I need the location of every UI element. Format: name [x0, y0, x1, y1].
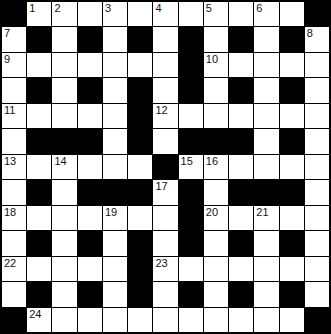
black-cell-r3c9 — [229, 78, 253, 102]
cell-r8c10[interactable]: 21 — [254, 206, 278, 230]
black-cell-r1c1 — [27, 27, 51, 51]
cell-r8c5[interactable] — [128, 206, 152, 230]
cell-r0c11[interactable] — [280, 2, 304, 26]
cell-r12c9[interactable] — [229, 308, 253, 332]
black-cell-r1c11 — [280, 27, 304, 51]
cell-r10c11[interactable] — [280, 257, 304, 281]
cell-r5c10[interactable] — [254, 129, 278, 153]
cell-r3c12[interactable] — [305, 78, 329, 102]
cell-r1c10[interactable] — [254, 27, 278, 51]
clue-number-2: 2 — [54, 2, 60, 14]
cell-r1c6[interactable] — [153, 27, 177, 51]
cell-r10c4[interactable] — [103, 257, 127, 281]
black-cell-r5c11 — [280, 129, 304, 153]
clue-number-11: 11 — [4, 104, 15, 116]
cell-r7c12[interactable] — [305, 180, 329, 204]
cell-r9c2[interactable] — [52, 231, 76, 255]
cell-r6c7[interactable]: 15 — [179, 155, 203, 179]
black-cell-r5c2 — [52, 129, 76, 153]
cell-r2c6[interactable] — [153, 53, 177, 77]
black-cell-r3c5 — [128, 78, 152, 102]
black-cell-r12c12 — [305, 308, 329, 332]
black-cell-r8c7 — [179, 206, 203, 230]
cell-r2c3[interactable] — [78, 53, 102, 77]
cell-r8c2[interactable] — [52, 206, 76, 230]
cell-r8c12[interactable] — [305, 206, 329, 230]
cell-r10c8[interactable] — [204, 257, 228, 281]
cell-r6c2[interactable]: 14 — [52, 155, 76, 179]
cell-r2c11[interactable] — [280, 53, 304, 77]
black-cell-r5c3 — [78, 129, 102, 153]
black-cell-r5c7 — [179, 129, 203, 153]
cell-r6c3[interactable] — [78, 155, 102, 179]
black-cell-r9c3 — [78, 231, 102, 255]
cell-r5c4[interactable] — [103, 129, 127, 153]
cell-r8c6[interactable] — [153, 206, 177, 230]
cell-r10c0[interactable]: 22 — [2, 257, 26, 281]
cell-r5c6[interactable] — [153, 129, 177, 153]
cell-r4c2[interactable] — [52, 104, 76, 128]
clue-number-7: 7 — [4, 27, 10, 39]
black-cell-r11c11 — [280, 282, 304, 306]
cell-r1c0[interactable]: 7 — [2, 27, 26, 51]
black-cell-r11c1 — [27, 282, 51, 306]
cell-r12c10[interactable] — [254, 308, 278, 332]
clue-number-24: 24 — [29, 308, 41, 320]
black-cell-r5c8 — [204, 129, 228, 153]
cell-r4c8[interactable] — [204, 104, 228, 128]
cell-r11c4[interactable] — [103, 282, 127, 306]
cell-r11c0[interactable] — [2, 282, 26, 306]
cell-r2c0[interactable]: 9 — [2, 53, 26, 77]
clue-number-18: 18 — [4, 206, 16, 218]
black-cell-r7c4 — [103, 180, 127, 204]
clue-number-6: 6 — [256, 2, 262, 14]
cell-r11c2[interactable] — [52, 282, 76, 306]
cell-r4c0[interactable]: 11 — [2, 104, 26, 128]
cell-r11c12[interactable] — [305, 282, 329, 306]
cell-r2c12[interactable] — [305, 53, 329, 77]
black-cell-r7c1 — [27, 180, 51, 204]
clue-number-17: 17 — [155, 180, 167, 192]
cell-r5c0[interactable] — [2, 129, 26, 153]
cell-r4c12[interactable] — [305, 104, 329, 128]
cell-r8c9[interactable] — [229, 206, 253, 230]
clue-number-14: 14 — [54, 155, 66, 167]
cell-r2c9[interactable] — [229, 53, 253, 77]
cell-r6c10[interactable] — [254, 155, 278, 179]
clue-number-9: 9 — [4, 53, 10, 65]
cell-r2c4[interactable] — [103, 53, 127, 77]
cell-r3c10[interactable] — [254, 78, 278, 102]
black-cell-r12c0 — [2, 308, 26, 332]
cell-r7c6[interactable]: 17 — [153, 180, 177, 204]
cell-r4c6[interactable]: 12 — [153, 104, 177, 128]
black-cell-r3c7 — [179, 78, 203, 102]
cell-r0c5[interactable] — [128, 2, 152, 26]
cell-r10c12[interactable] — [305, 257, 329, 281]
clue-number-3: 3 — [105, 2, 111, 14]
cell-r2c5[interactable] — [128, 53, 152, 77]
cell-r2c8[interactable]: 10 — [204, 53, 228, 77]
cell-r12c11[interactable] — [280, 308, 304, 332]
cell-r4c11[interactable] — [280, 104, 304, 128]
black-cell-r1c7 — [179, 27, 203, 51]
cell-r6c0[interactable]: 13 — [2, 155, 26, 179]
black-cell-r3c3 — [78, 78, 102, 102]
cell-r8c4[interactable]: 19 — [103, 206, 127, 230]
cell-r4c9[interactable] — [229, 104, 253, 128]
cell-r10c10[interactable] — [254, 257, 278, 281]
cell-r6c4[interactable] — [103, 155, 127, 179]
cell-r12c2[interactable] — [52, 308, 76, 332]
cell-r4c3[interactable] — [78, 104, 102, 128]
cell-r2c10[interactable] — [254, 53, 278, 77]
black-cell-r6c6 — [153, 155, 177, 179]
cell-r10c7[interactable] — [179, 257, 203, 281]
clue-number-13: 13 — [4, 155, 16, 167]
black-cell-r3c1 — [27, 78, 51, 102]
clue-number-12: 12 — [155, 104, 167, 116]
cell-r3c2[interactable] — [52, 78, 76, 102]
crossword-board: 123456789101112131415161718192021222324 — [0, 0, 331, 334]
cell-r6c8[interactable]: 16 — [204, 155, 228, 179]
cell-r2c2[interactable] — [52, 53, 76, 77]
cell-r6c9[interactable] — [229, 155, 253, 179]
black-cell-r9c1 — [27, 231, 51, 255]
black-cell-r1c5 — [128, 27, 152, 51]
cell-r6c11[interactable] — [280, 155, 304, 179]
cell-r12c1[interactable]: 24 — [27, 308, 51, 332]
black-cell-r10c5 — [128, 257, 152, 281]
clue-number-8: 8 — [307, 27, 313, 39]
cell-r12c4[interactable] — [103, 308, 127, 332]
cell-r8c0[interactable]: 18 — [2, 206, 26, 230]
cell-r10c9[interactable] — [229, 257, 253, 281]
clue-number-16: 16 — [206, 155, 218, 167]
black-cell-r0c0 — [2, 2, 26, 26]
black-cell-r7c3 — [78, 180, 102, 204]
cell-r8c8[interactable]: 20 — [204, 206, 228, 230]
cell-r1c4[interactable] — [103, 27, 127, 51]
black-cell-r3c11 — [280, 78, 304, 102]
black-cell-r9c11 — [280, 231, 304, 255]
cell-r4c1[interactable] — [27, 104, 51, 128]
cell-r0c9[interactable] — [229, 2, 253, 26]
cell-r4c4[interactable] — [103, 104, 127, 128]
clue-number-10: 10 — [206, 53, 218, 65]
cell-r7c8[interactable] — [204, 180, 228, 204]
cell-r10c3[interactable] — [78, 257, 102, 281]
black-cell-r7c11 — [280, 180, 304, 204]
clue-number-21: 21 — [256, 206, 268, 218]
cell-r9c4[interactable] — [103, 231, 127, 255]
cell-r6c5[interactable] — [128, 155, 152, 179]
cell-r1c12[interactable]: 8 — [305, 27, 329, 51]
cell-r0c10[interactable]: 6 — [254, 2, 278, 26]
cell-r6c12[interactable] — [305, 155, 329, 179]
cell-r11c10[interactable] — [254, 282, 278, 306]
black-cell-r9c5 — [128, 231, 152, 255]
cell-r12c7[interactable] — [179, 308, 203, 332]
black-cell-r7c9 — [229, 180, 253, 204]
black-cell-r9c7 — [179, 231, 203, 255]
cell-r9c8[interactable] — [204, 231, 228, 255]
cell-r1c2[interactable] — [52, 27, 76, 51]
black-cell-r7c7 — [179, 180, 203, 204]
cell-r12c3[interactable] — [78, 308, 102, 332]
cell-r9c6[interactable] — [153, 231, 177, 255]
cell-r4c7[interactable] — [179, 104, 203, 128]
cell-r11c6[interactable] — [153, 282, 177, 306]
cell-r12c8[interactable] — [204, 308, 228, 332]
cell-r8c3[interactable] — [78, 206, 102, 230]
cell-r8c1[interactable] — [27, 206, 51, 230]
cell-r10c6[interactable]: 23 — [153, 257, 177, 281]
black-cell-r5c9 — [229, 129, 253, 153]
black-cell-r2c7 — [179, 53, 203, 77]
black-cell-r1c3 — [78, 27, 102, 51]
black-cell-r7c10 — [254, 180, 278, 204]
black-cell-r11c9 — [229, 282, 253, 306]
cell-r0c3[interactable] — [78, 2, 102, 26]
clue-number-1: 1 — [29, 2, 35, 14]
cell-r9c12[interactable] — [305, 231, 329, 255]
black-cell-r11c7 — [179, 282, 203, 306]
cell-r12c5[interactable] — [128, 308, 152, 332]
cell-r0c6[interactable]: 4 — [153, 2, 177, 26]
cell-r3c6[interactable] — [153, 78, 177, 102]
clue-number-4: 4 — [155, 2, 161, 14]
cell-r12c6[interactable] — [153, 308, 177, 332]
cell-r8c11[interactable] — [280, 206, 304, 230]
cell-r0c1[interactable]: 1 — [27, 2, 51, 26]
cell-r9c10[interactable] — [254, 231, 278, 255]
cell-r0c7[interactable] — [179, 2, 203, 26]
cell-r0c8[interactable]: 5 — [204, 2, 228, 26]
cell-r10c1[interactable] — [27, 257, 51, 281]
clue-number-5: 5 — [206, 2, 212, 14]
black-cell-r4c5 — [128, 104, 152, 128]
cell-r3c8[interactable] — [204, 78, 228, 102]
cell-r4c10[interactable] — [254, 104, 278, 128]
black-cell-r11c3 — [78, 282, 102, 306]
black-cell-r0c12 — [305, 2, 329, 26]
black-cell-r1c9 — [229, 27, 253, 51]
cell-r0c2[interactable]: 2 — [52, 2, 76, 26]
black-cell-r9c9 — [229, 231, 253, 255]
clue-number-22: 22 — [4, 257, 16, 269]
cell-r7c0[interactable] — [2, 180, 26, 204]
black-cell-r11c5 — [128, 282, 152, 306]
cell-r9c0[interactable] — [2, 231, 26, 255]
cell-r7c2[interactable] — [52, 180, 76, 204]
cell-r5c12[interactable] — [305, 129, 329, 153]
cell-r3c0[interactable] — [2, 78, 26, 102]
cell-r11c8[interactable] — [204, 282, 228, 306]
black-cell-r5c5 — [128, 129, 152, 153]
cell-r2c1[interactable] — [27, 53, 51, 77]
clue-number-19: 19 — [105, 206, 117, 218]
cell-r6c1[interactable] — [27, 155, 51, 179]
cell-r3c4[interactable] — [103, 78, 127, 102]
black-cell-r5c1 — [27, 129, 51, 153]
cell-r0c4[interactable]: 3 — [103, 2, 127, 26]
clue-number-23: 23 — [155, 257, 167, 269]
clue-number-15: 15 — [181, 155, 193, 167]
black-cell-r7c5 — [128, 180, 152, 204]
clue-number-20: 20 — [206, 206, 218, 218]
cell-r1c8[interactable] — [204, 27, 228, 51]
cell-r10c2[interactable] — [52, 257, 76, 281]
